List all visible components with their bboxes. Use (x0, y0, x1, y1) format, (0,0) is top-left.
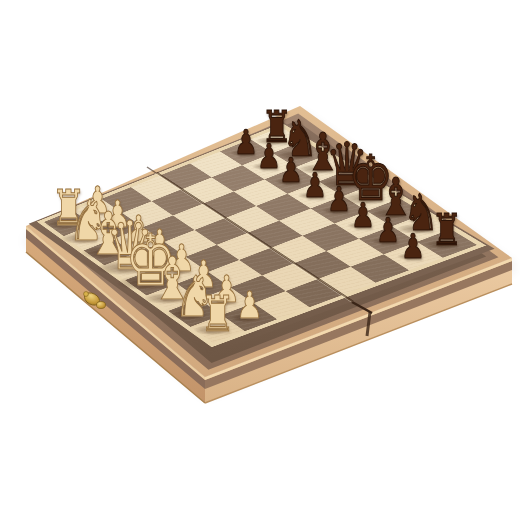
chess-set-photo: ♜♞♝♛♚♝♞♜♟♟♟♟♟♟♟♟♜♞♝♛♚♝♞♜♟♟♟♟♟♟♟♟ (0, 0, 520, 520)
